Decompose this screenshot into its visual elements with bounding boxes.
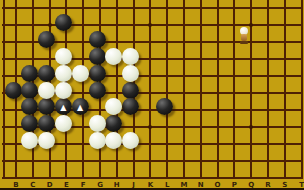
stone-white-E10 <box>55 115 72 132</box>
grid-line-row-8 <box>2 160 302 162</box>
hoshi-D16 <box>48 23 52 27</box>
stone-black-L11 <box>156 98 173 115</box>
stone-white-H11 <box>105 98 122 115</box>
grid-line-col-H <box>116 0 118 179</box>
stone-black-E11: ▲ <box>55 98 72 115</box>
window-bottom-edge <box>0 188 304 190</box>
stone-black-H10 <box>105 115 122 132</box>
stone-black-D11 <box>38 98 55 115</box>
triangle-mark-E11: ▲ <box>55 99 72 116</box>
stone-black-D10 <box>38 115 55 132</box>
stone-black-C11 <box>21 98 38 115</box>
grid-line-row-14 <box>2 58 302 60</box>
grid-line-col-P <box>233 0 235 179</box>
grid-line-col-S <box>284 0 286 179</box>
stone-black-D15 <box>38 31 55 48</box>
stone-white-C9 <box>21 132 38 149</box>
stone-white-E12 <box>55 82 72 99</box>
stone-black-F11: ▲ <box>72 98 89 115</box>
hoshi-K16 <box>148 23 152 27</box>
stone-white-F13 <box>72 65 89 82</box>
stone-black-C10 <box>21 115 38 132</box>
stone-black-G13 <box>89 65 106 82</box>
stone-black-G14 <box>89 48 106 65</box>
stone-black-C13 <box>21 65 38 82</box>
grid-line-row-7 <box>2 177 302 179</box>
grid-line-col-L <box>166 0 168 179</box>
hoshi-Q10 <box>249 125 253 129</box>
grid-line-col-T <box>301 0 303 179</box>
triangle-mark-F11: ▲ <box>72 99 89 116</box>
stone-white-J14 <box>122 48 139 65</box>
grid-line-row-17 <box>2 7 302 9</box>
grid-line-col-M <box>183 0 185 179</box>
stone-white-H9 <box>105 132 122 149</box>
stone-white-D9 <box>38 132 55 149</box>
stone-white-H14 <box>105 48 122 65</box>
grid-line-col-N <box>200 0 202 179</box>
grid-line-col-R <box>267 0 269 179</box>
stone-black-J12 <box>122 82 139 99</box>
white-stone-cursor-icon <box>239 27 249 46</box>
stone-black-C12 <box>21 82 38 99</box>
stone-white-J13 <box>122 65 139 82</box>
stone-black-B12 <box>5 82 22 99</box>
cursor-base <box>240 41 248 44</box>
stone-white-G9 <box>89 132 106 149</box>
go-board[interactable]: ▲▲ BCDEFGHJKLMNOPQRST <box>0 0 304 190</box>
hoshi-Q16 <box>249 23 253 27</box>
stone-white-D12 <box>38 82 55 99</box>
stone-black-G15 <box>89 31 106 48</box>
hoshi-K10 <box>148 125 152 129</box>
grid-line-col-O <box>217 0 219 179</box>
cursor-body <box>241 34 247 41</box>
stone-black-E16 <box>55 14 72 31</box>
stone-white-E13 <box>55 65 72 82</box>
stone-black-J11 <box>122 98 139 115</box>
grid-line-col-F <box>82 0 84 179</box>
stone-white-E14 <box>55 48 72 65</box>
stone-white-J9 <box>122 132 139 149</box>
stone-black-G12 <box>89 82 106 99</box>
stone-black-D13 <box>38 65 55 82</box>
stone-white-G10 <box>89 115 106 132</box>
